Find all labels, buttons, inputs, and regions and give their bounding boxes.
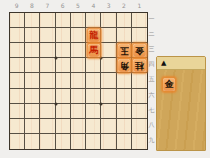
star-point-icon	[100, 102, 103, 105]
square-1-2[interactable]	[132, 28, 147, 43]
file-labels: 987654321	[9, 0, 147, 12]
square-7-9[interactable]	[40, 134, 55, 149]
square-2-1[interactable]	[117, 13, 132, 28]
piece-stand-header: ▲	[157, 57, 205, 70]
piece-gote-king[interactable]: 玉	[118, 44, 130, 57]
square-5-9[interactable]	[71, 134, 86, 149]
square-4-4[interactable]	[86, 58, 101, 73]
square-9-5[interactable]	[10, 73, 25, 88]
square-6-2[interactable]	[56, 28, 71, 43]
file-label-8: 8	[24, 0, 39, 12]
piece-sente-promoted-rook[interactable]: 龍	[88, 29, 100, 42]
square-5-6[interactable]	[71, 89, 86, 104]
file-label-6: 6	[55, 0, 70, 12]
square-4-9[interactable]	[86, 134, 101, 149]
square-3-1[interactable]	[101, 13, 116, 28]
square-7-4[interactable]	[40, 58, 55, 73]
square-5-1[interactable]	[71, 13, 86, 28]
square-9-7[interactable]	[10, 104, 25, 119]
square-9-2[interactable]	[10, 28, 25, 43]
file-label-5: 5	[70, 0, 85, 12]
piece-gote-knight[interactable]: 桂	[133, 59, 145, 72]
piece-kanji: 金	[165, 80, 174, 89]
square-5-4[interactable]	[71, 58, 86, 73]
square-3-5[interactable]	[101, 73, 116, 88]
square-6-3[interactable]	[56, 43, 71, 58]
square-7-3[interactable]	[40, 43, 55, 58]
square-9-8[interactable]	[10, 119, 25, 134]
star-point-icon	[54, 102, 57, 105]
square-3-7[interactable]	[101, 104, 116, 119]
square-4-7[interactable]	[86, 104, 101, 119]
square-9-3[interactable]	[10, 43, 25, 58]
square-3-3[interactable]	[101, 43, 116, 58]
piece-kanji: 龍	[89, 31, 98, 40]
square-8-5[interactable]	[25, 73, 40, 88]
square-2-2[interactable]	[117, 28, 132, 43]
square-6-1[interactable]	[56, 13, 71, 28]
file-label-9: 9	[9, 0, 24, 12]
square-2-9[interactable]	[117, 134, 132, 149]
file-label-4: 4	[86, 0, 101, 12]
shogi-diagram: 987654321 一二三四五六七八九 龍馬玉金角桂 ▲ 金	[0, 0, 210, 158]
square-3-8[interactable]	[101, 119, 116, 134]
square-4-5[interactable]	[86, 73, 101, 88]
square-4-6[interactable]	[86, 89, 101, 104]
rank-label-4: 四	[147, 57, 156, 72]
file-label-7: 7	[40, 0, 55, 12]
square-6-8[interactable]	[56, 119, 71, 134]
sente-turn-marker-icon: ▲	[161, 60, 166, 67]
square-4-1[interactable]	[86, 13, 101, 28]
square-5-8[interactable]	[71, 119, 86, 134]
rank-label-3: 三	[147, 42, 156, 57]
square-8-6[interactable]	[25, 89, 40, 104]
square-3-6[interactable]	[101, 89, 116, 104]
square-1-6[interactable]	[132, 89, 147, 104]
square-5-7[interactable]	[71, 104, 86, 119]
piece-kanji: 桂	[135, 61, 144, 70]
hand-piece-gold[interactable]: 金	[163, 78, 175, 91]
rank-label-7: 七	[147, 103, 156, 118]
piece-kanji: 玉	[120, 46, 129, 55]
star-point-icon	[54, 57, 57, 60]
square-8-1[interactable]	[25, 13, 40, 28]
square-6-9[interactable]	[56, 134, 71, 149]
square-8-3[interactable]	[25, 43, 40, 58]
square-1-5[interactable]	[132, 73, 147, 88]
square-9-1[interactable]	[10, 13, 25, 28]
rank-label-5: 五	[147, 72, 156, 87]
square-1-9[interactable]	[132, 134, 147, 149]
square-7-8[interactable]	[40, 119, 55, 134]
rank-label-6: 六	[147, 88, 156, 103]
square-7-2[interactable]	[40, 28, 55, 43]
square-9-4[interactable]	[10, 58, 25, 73]
rank-label-8: 八	[147, 118, 156, 133]
square-7-6[interactable]	[40, 89, 55, 104]
rank-label-2: 二	[147, 27, 156, 42]
square-6-4[interactable]	[56, 58, 71, 73]
rank-label-1: 一	[147, 12, 156, 27]
rank-labels: 一二三四五六七八九	[147, 12, 156, 148]
star-point-icon	[100, 57, 103, 60]
square-9-9[interactable]	[10, 134, 25, 149]
square-4-8[interactable]	[86, 119, 101, 134]
square-6-5[interactable]	[56, 73, 71, 88]
square-1-8[interactable]	[132, 119, 147, 134]
piece-kanji: 馬	[89, 46, 98, 55]
square-5-2[interactable]	[71, 28, 86, 43]
piece-kanji: 角	[120, 61, 129, 70]
square-5-5[interactable]	[71, 73, 86, 88]
piece-gote-gold[interactable]: 金	[133, 44, 145, 57]
square-1-7[interactable]	[132, 104, 147, 119]
square-3-4[interactable]	[101, 58, 116, 73]
shogi-board: 龍馬玉金角桂	[9, 12, 148, 150]
square-7-7[interactable]	[40, 104, 55, 119]
file-label-2: 2	[116, 0, 131, 12]
square-7-5[interactable]	[40, 73, 55, 88]
sente-hand-area: 金	[157, 71, 205, 151]
square-6-7[interactable]	[56, 104, 71, 119]
file-label-3: 3	[101, 0, 116, 12]
square-8-8[interactable]	[25, 119, 40, 134]
piece-sente-promoted-bishop[interactable]: 馬	[88, 44, 100, 57]
rank-label-9: 九	[147, 133, 156, 148]
square-2-7[interactable]	[117, 104, 132, 119]
square-8-7[interactable]	[25, 104, 40, 119]
square-8-2[interactable]	[25, 28, 40, 43]
square-3-2[interactable]	[101, 28, 116, 43]
square-2-8[interactable]	[117, 119, 132, 134]
square-5-3[interactable]	[71, 43, 86, 58]
square-6-6[interactable]	[56, 89, 71, 104]
square-2-6[interactable]	[117, 89, 132, 104]
square-8-9[interactable]	[25, 134, 40, 149]
piece-gote-bishop[interactable]: 角	[118, 59, 130, 72]
square-9-6[interactable]	[10, 89, 25, 104]
piece-kanji: 金	[135, 46, 144, 55]
square-2-5[interactable]	[117, 73, 132, 88]
square-8-4[interactable]	[25, 58, 40, 73]
square-1-1[interactable]	[132, 13, 147, 28]
square-7-1[interactable]	[40, 13, 55, 28]
square-3-9[interactable]	[101, 134, 116, 149]
file-label-1: 1	[132, 0, 147, 12]
piece-stand: ▲ 金	[156, 56, 206, 151]
